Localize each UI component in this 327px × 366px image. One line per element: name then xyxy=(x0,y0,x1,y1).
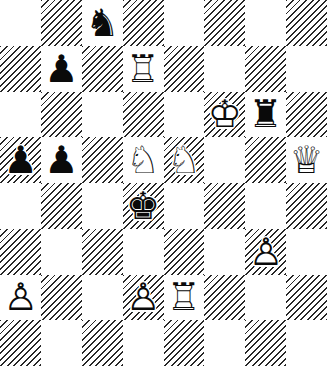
square-d3[interactable] xyxy=(123,229,164,275)
square-e8[interactable] xyxy=(164,0,205,46)
square-b1[interactable] xyxy=(41,320,82,366)
square-e5[interactable]: ♞♘ xyxy=(164,137,205,183)
square-c5[interactable] xyxy=(82,137,123,183)
square-a4[interactable] xyxy=(0,183,41,229)
white-knight-glyph: ♘ xyxy=(126,141,160,179)
square-f6[interactable]: ♚♔ xyxy=(204,92,245,138)
chess-board: ♞♞♟♟♜♖♚♔♜♜♟♟♟♟♞♘♞♘♛♕♚♚♟♙♟♙♟♙♜♖ xyxy=(0,0,327,366)
chess-diagram: ♞♞♟♟♜♖♚♔♜♜♟♟♟♟♞♘♞♘♛♕♚♚♟♙♟♙♟♙♜♖ xyxy=(0,0,327,366)
square-c6[interactable] xyxy=(82,92,123,138)
square-h5[interactable]: ♛♕ xyxy=(286,137,327,183)
white-rook-piece: ♜♖ xyxy=(167,278,201,316)
white-pawn-glyph: ♙ xyxy=(249,233,283,271)
white-rook-piece: ♜♖ xyxy=(126,50,160,88)
square-c3[interactable] xyxy=(82,229,123,275)
square-h1[interactable] xyxy=(286,320,327,366)
white-queen-piece: ♛♕ xyxy=(290,141,324,179)
square-b8[interactable] xyxy=(41,0,82,46)
square-e6[interactable] xyxy=(164,92,205,138)
white-knight-glyph: ♘ xyxy=(167,141,201,179)
black-rook-piece: ♜♜ xyxy=(249,95,283,133)
white-pawn-piece: ♟♙ xyxy=(126,278,160,316)
black-knight-piece: ♞♞ xyxy=(85,4,119,42)
square-c2[interactable] xyxy=(82,275,123,321)
square-b3[interactable] xyxy=(41,229,82,275)
square-h2[interactable] xyxy=(286,275,327,321)
square-a7[interactable] xyxy=(0,46,41,92)
square-h8[interactable] xyxy=(286,0,327,46)
square-f5[interactable] xyxy=(204,137,245,183)
black-rook-glyph: ♜ xyxy=(249,95,283,133)
square-a1[interactable] xyxy=(0,320,41,366)
black-pawn-piece: ♟♟ xyxy=(44,50,78,88)
square-h3[interactable] xyxy=(286,229,327,275)
square-h4[interactable] xyxy=(286,183,327,229)
black-pawn-piece: ♟♟ xyxy=(3,141,37,179)
square-b7[interactable]: ♟♟ xyxy=(41,46,82,92)
square-f7[interactable] xyxy=(204,46,245,92)
square-g3[interactable]: ♟♙ xyxy=(245,229,286,275)
square-g1[interactable] xyxy=(245,320,286,366)
black-pawn-glyph: ♟ xyxy=(44,141,78,179)
square-c7[interactable] xyxy=(82,46,123,92)
square-b6[interactable] xyxy=(41,92,82,138)
white-pawn-piece: ♟♙ xyxy=(3,278,37,316)
square-e1[interactable] xyxy=(164,320,205,366)
square-g4[interactable] xyxy=(245,183,286,229)
square-a8[interactable] xyxy=(0,0,41,46)
square-a3[interactable] xyxy=(0,229,41,275)
black-king-piece: ♚♚ xyxy=(126,187,160,225)
white-pawn-piece: ♟♙ xyxy=(249,233,283,271)
black-pawn-piece: ♟♟ xyxy=(44,141,78,179)
white-knight-piece: ♞♘ xyxy=(167,141,201,179)
square-c8[interactable]: ♞♞ xyxy=(82,0,123,46)
square-a5[interactable]: ♟♟ xyxy=(0,137,41,183)
square-f2[interactable] xyxy=(204,275,245,321)
square-g8[interactable] xyxy=(245,0,286,46)
black-pawn-glyph: ♟ xyxy=(44,50,78,88)
square-g7[interactable] xyxy=(245,46,286,92)
square-e3[interactable] xyxy=(164,229,205,275)
square-g6[interactable]: ♜♜ xyxy=(245,92,286,138)
black-knight-glyph: ♞ xyxy=(85,4,119,42)
square-c1[interactable] xyxy=(82,320,123,366)
square-b2[interactable] xyxy=(41,275,82,321)
square-d8[interactable] xyxy=(123,0,164,46)
square-a6[interactable] xyxy=(0,92,41,138)
square-g5[interactable] xyxy=(245,137,286,183)
square-d6[interactable] xyxy=(123,92,164,138)
square-d1[interactable] xyxy=(123,320,164,366)
square-g2[interactable] xyxy=(245,275,286,321)
square-d4[interactable]: ♚♚ xyxy=(123,183,164,229)
white-rook-glyph: ♖ xyxy=(167,278,201,316)
square-d2[interactable]: ♟♙ xyxy=(123,275,164,321)
square-f8[interactable] xyxy=(204,0,245,46)
square-f1[interactable] xyxy=(204,320,245,366)
square-e4[interactable] xyxy=(164,183,205,229)
white-knight-piece: ♞♘ xyxy=(126,141,160,179)
black-pawn-glyph: ♟ xyxy=(3,141,37,179)
square-d7[interactable]: ♜♖ xyxy=(123,46,164,92)
square-d5[interactable]: ♞♘ xyxy=(123,137,164,183)
white-king-glyph: ♔ xyxy=(208,95,242,133)
square-f3[interactable] xyxy=(204,229,245,275)
square-c4[interactable] xyxy=(82,183,123,229)
square-h7[interactable] xyxy=(286,46,327,92)
white-queen-glyph: ♕ xyxy=(290,141,324,179)
square-a2[interactable]: ♟♙ xyxy=(0,275,41,321)
white-pawn-glyph: ♙ xyxy=(3,278,37,316)
square-h6[interactable] xyxy=(286,92,327,138)
black-king-glyph: ♚ xyxy=(126,187,160,225)
square-e7[interactable] xyxy=(164,46,205,92)
white-king-piece: ♚♔ xyxy=(208,95,242,133)
square-b5[interactable]: ♟♟ xyxy=(41,137,82,183)
square-f4[interactable] xyxy=(204,183,245,229)
square-e2[interactable]: ♜♖ xyxy=(164,275,205,321)
square-b4[interactable] xyxy=(41,183,82,229)
white-rook-glyph: ♖ xyxy=(126,50,160,88)
white-pawn-glyph: ♙ xyxy=(126,278,160,316)
